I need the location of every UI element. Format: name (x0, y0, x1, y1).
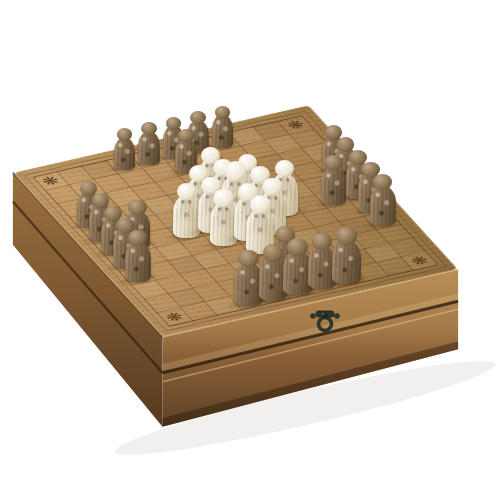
hnefatafl-set-photo: ❋❋❋❋ (0, 0, 500, 500)
